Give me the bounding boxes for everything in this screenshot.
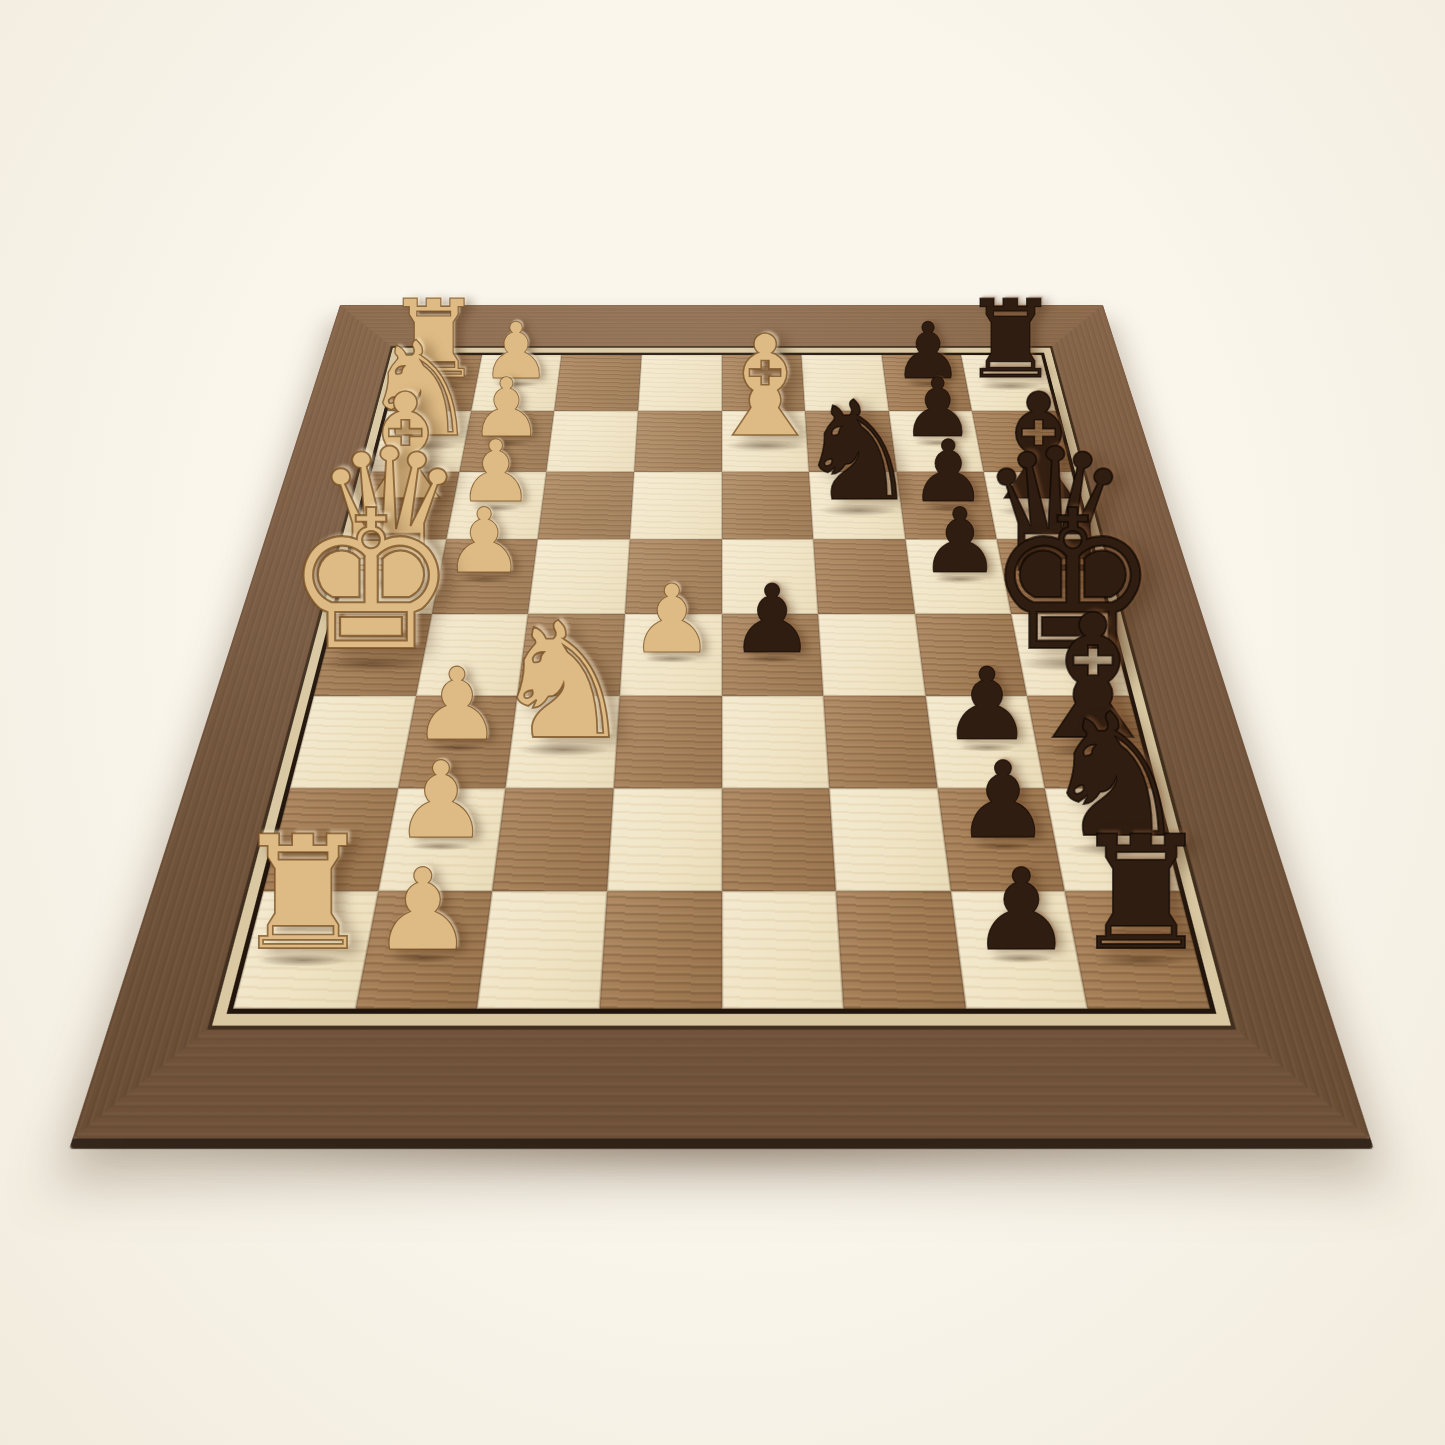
pieces-layer: ♜♞♝♛♚♜♟♟♟♟♟♟♟♟♞♝♜♝♛♚♝♞♜♟♟♟♟♟♟♟♟♞ [0,0,1445,1445]
piece-white-pawn-g2[interactable]: ♟ [393,748,488,854]
rook-glyph: ♜ [233,815,374,972]
pawn-glyph: ♟ [730,571,815,666]
pawn-glyph: ♟ [630,571,715,666]
piece-white-pawn-h2[interactable]: ♟ [372,854,473,967]
piece-white-rook-h1[interactable]: ♜ [233,815,374,972]
knight-glyph: ♞ [796,384,919,521]
piece-black-pawn-h7[interactable]: ♟ [971,854,1072,967]
pawn-glyph: ♟ [372,854,473,967]
chessboard-scene: ♜♞♝♛♚♜♟♟♟♟♟♟♟♟♞♝♜♝♛♚♝♞♜♟♟♟♟♟♟♟♟♞ [0,0,1445,1445]
piece-white-pawn-e4[interactable]: ♟ [630,571,715,666]
rook-glyph: ♜ [1071,815,1212,972]
piece-black-rook-h8[interactable]: ♜ [1071,815,1212,972]
pawn-glyph: ♟ [956,748,1051,854]
piece-white-knight-f3[interactable]: ♞ [491,601,635,762]
pawn-glyph: ♟ [393,748,488,854]
knight-glyph: ♞ [491,601,635,762]
piece-black-knight-c6[interactable]: ♞ [796,384,919,521]
piece-black-pawn-g7[interactable]: ♟ [956,748,1051,854]
piece-black-pawn-e5[interactable]: ♟ [730,571,815,666]
pawn-glyph: ♟ [971,854,1072,967]
